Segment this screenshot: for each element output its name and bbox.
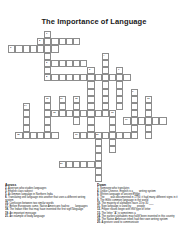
grid-cell-r10-c16[interactable] [116,103,123,110]
grid-cell-r1-c8[interactable] [59,38,66,45]
cell-number-17: 17 [125,118,128,120]
grid-cell-r1-c9[interactable] [66,38,73,45]
cell-number-15: 15 [53,111,56,113]
grid-cell-r11-c20[interactable] [145,110,152,117]
grid-cell-r9-c14[interactable] [102,96,109,103]
grid-cell-r5-c14[interactable] [102,67,109,74]
grid-cell-r2-c1[interactable]: 3 [8,45,15,52]
grid-cell-r10-c10[interactable] [73,103,80,110]
grid-cell-r18-c10[interactable] [73,161,80,168]
grid-cell-r0-c6[interactable]: 1 [44,31,51,38]
cell-number-20: 20 [96,133,99,135]
grid-cell-r1-c5[interactable]: 2 [37,38,44,45]
grid-cell-r11-c15[interactable]: 16 [109,110,116,117]
grid-cell-r16-c13[interactable] [95,146,102,153]
grid-cell-r1-c6[interactable] [44,38,51,45]
grid-cell-r9-c18[interactable] [131,96,138,103]
grid-cell-r14-c6[interactable] [44,132,51,139]
clue-across-21: 21. An example of body language [5,214,92,217]
grid-cell-r12-c17[interactable]: 17 [123,117,130,124]
grid-cell-r12-c12[interactable] [87,117,94,124]
grid-cell-r6-c7[interactable] [51,74,58,81]
cell-number-8: 8 [46,75,47,77]
grid-cell-r2-c3[interactable] [23,45,30,52]
grid-cell-r14-c7[interactable] [51,132,58,139]
grid-cell-r13-c6[interactable] [44,125,51,132]
grid-cell-r9-c10[interactable]: 12 [73,96,80,103]
clue-down-20: 20. A gesture used to communicate [97,220,184,223]
cell-number-7: 7 [118,68,119,70]
grid-cell-r8-c16[interactable] [116,89,123,96]
grid-cell-r13-c3[interactable] [23,125,30,132]
grid-cell-r3-c14[interactable]: 4 [102,53,109,60]
grid-cell-r4-c14[interactable] [102,60,109,67]
grid-cell-r4-c11[interactable] [80,60,87,67]
cell-number-3: 3 [10,46,11,48]
grid-cell-r8-c14[interactable] [102,89,109,96]
grid-cell-r17-c13[interactable] [95,153,102,160]
grid-cell-r10-c12[interactable] [87,103,94,110]
grid-cell-r8-c12[interactable] [87,89,94,96]
grid-cell-r12-c6[interactable] [44,117,51,124]
grid-cell-r11-c12[interactable] [87,110,94,117]
grid-cell-r13-c18[interactable] [131,125,138,132]
grid-cell-r14-c11[interactable] [80,132,87,139]
grid-cell-r12-c19[interactable] [138,117,145,124]
grid-cell-r18-c12[interactable] [87,161,94,168]
grid-cell-r8-c18[interactable]: 9 [131,89,138,96]
grid-cell-r18-c8[interactable]: 21 [59,161,66,168]
grid-cell-r6-c10[interactable] [73,74,80,81]
grid-cell-r6-c8[interactable] [59,74,66,81]
cell-number-16: 16 [111,111,114,113]
grid-cell-r6-c13[interactable] [95,74,102,81]
grid-cell-r6-c11[interactable] [80,74,87,81]
grid-cell-r14-c5[interactable] [37,132,44,139]
grid-cell-r10-c20[interactable] [145,103,152,110]
grid-cell-r14-c18[interactable] [131,132,138,139]
grid-cell-r18-c11[interactable] [80,161,87,168]
grid-cell-r11-c8[interactable] [59,110,66,117]
grid-cell-r13-c20[interactable] [145,125,152,132]
grid-cell-r6-c6[interactable]: 8 [44,74,51,81]
grid-cell-r4-c9[interactable] [66,60,73,67]
grid-cell-r14-c13[interactable]: 20 [95,132,102,139]
grid-cell-r18-c9[interactable] [66,161,73,168]
grid-cell-r12-c3[interactable] [23,117,30,124]
grid-cell-r19-c13[interactable] [95,168,102,175]
grid-cell-r11-c14[interactable] [102,110,109,117]
grid-cell-r4-c7[interactable] [51,60,58,67]
crossword-grid: 123456789101112131415161718192021 [1,31,167,183]
cell-number-10: 10 [46,97,49,99]
grid-cell-r3-c6[interactable] [44,53,51,60]
grid-cell-r11-c3[interactable] [23,110,30,117]
grid-cell-r7-c14[interactable] [102,81,109,88]
grid-cell-r6-c17[interactable] [123,74,130,81]
grid-cell-r14-c2[interactable]: 18 [15,132,22,139]
grid-cell-r14-c10[interactable]: 19 [73,132,80,139]
grid-cell-r14-c17[interactable] [123,132,130,139]
grid-cell-r6-c12[interactable] [87,74,94,81]
grid-cell-r2-c2[interactable] [15,45,22,52]
grid-cell-r10-c6[interactable] [44,103,51,110]
cell-number-2: 2 [39,39,40,41]
page-title: The Importance of Language [0,17,188,26]
grid-cell-r9-c20[interactable]: 13 [145,96,152,103]
cell-number-11: 11 [60,97,62,99]
grid-cell-r12-c15[interactable] [109,117,116,124]
grid-cell-r7-c16[interactable] [116,81,123,88]
cell-number-4: 4 [103,54,104,56]
grid-cell-r18-c13[interactable] [95,161,102,168]
cell-number-21: 21 [60,162,63,164]
grid-cell-r9-c12[interactable] [87,96,94,103]
cell-number-9: 9 [132,90,133,92]
grid-cell-r15-c13[interactable] [95,139,102,146]
cell-number-19: 19 [75,133,78,135]
grid-cell-r5-c16[interactable]: 7 [116,67,123,74]
grid-cell-r14-c14[interactable] [102,132,109,139]
grid-cell-r2-c5[interactable] [37,45,44,52]
grid-cell-r12-c20[interactable] [145,117,152,124]
grid-cell-r12-c21[interactable] [152,117,159,124]
down-clues-section: Down 1. Someone who translates4. Unlike … [97,183,188,243]
grid-cell-r10-c8[interactable] [59,103,66,110]
grid-cell-r2-c4[interactable] [30,45,37,52]
grid-cell-r5-c6[interactable] [44,67,51,74]
grid-cell-r4-c8[interactable] [59,60,66,67]
grid-cell-r6-c16[interactable] [116,74,123,81]
grid-cell-r10-c3[interactable]: 14 [23,103,30,110]
grid-cell-r15-c15[interactable] [109,139,116,146]
grid-cell-r14-c20[interactable] [145,132,152,139]
grid-cell-r4-c10[interactable] [73,60,80,67]
grid-cell-r11-c10[interactable] [73,110,80,117]
grid-cell-r9-c8[interactable]: 11 [59,96,66,103]
grid-cell-r6-c9[interactable] [66,74,73,81]
grid-cell-r12-c18[interactable] [131,117,138,124]
grid-cell-r10-c14[interactable] [102,103,109,110]
across-clue-list: 2. A person who studies languages3. Engl… [5,187,92,218]
grid-cell-r6-c15[interactable] [109,74,116,81]
cell-number-12: 12 [75,97,78,99]
cell-number-13: 13 [147,97,150,99]
grid-cell-r11-c11[interactable] [80,110,87,117]
grid-cell-r2-c7[interactable] [51,45,58,52]
grid-cell-r11-c6[interactable] [44,110,51,117]
grid-cell-r11-c7[interactable]: 15 [51,110,58,117]
grid-cell-r1-c7[interactable] [51,38,58,45]
grid-cell-r14-c4[interactable] [30,132,37,139]
grid-cell-r16-c15[interactable] [109,146,116,153]
grid-cell-r11-c13[interactable] [95,110,102,117]
cell-number-5: 5 [46,61,47,63]
grid-cell-r12-c22[interactable] [159,117,166,124]
grid-cell-r5-c12[interactable]: 6 [87,67,94,74]
grid-cell-r10-c18[interactable] [131,103,138,110]
cell-number-1: 1 [46,32,47,34]
cell-number-14: 14 [24,104,27,106]
grid-cell-r9-c16[interactable] [116,96,123,103]
down-clue-list: 1. Someone who translates4. Unlike Chine… [97,187,184,224]
cell-number-6: 6 [89,68,90,70]
grid-cell-r4-c6[interactable]: 5 [44,60,51,67]
grid-cell-r14-c3[interactable] [23,132,30,139]
grid-cell-r11-c9[interactable] [66,110,73,117]
grid-cell-r7-c12[interactable] [87,81,94,88]
grid-cell-r11-c18[interactable] [131,110,138,117]
grid-cell-r13-c15[interactable] [109,125,116,132]
grid-cell-r14-c12[interactable] [87,132,94,139]
grid-cell-r14-c16[interactable] [116,132,123,139]
grid-cell-r14-c15[interactable] [109,132,116,139]
grid-cell-r20-c13[interactable] [95,175,102,182]
grid-cell-r13-c12[interactable] [87,125,94,132]
grid-cell-r2-c6[interactable] [44,45,51,52]
grid-cell-r1-c10[interactable] [73,38,80,45]
grid-cell-r12-c10[interactable] [73,117,80,124]
grid-cell-r9-c6[interactable]: 10 [44,96,51,103]
grid-cell-r6-c14[interactable] [102,74,109,81]
cell-number-18: 18 [17,133,20,135]
